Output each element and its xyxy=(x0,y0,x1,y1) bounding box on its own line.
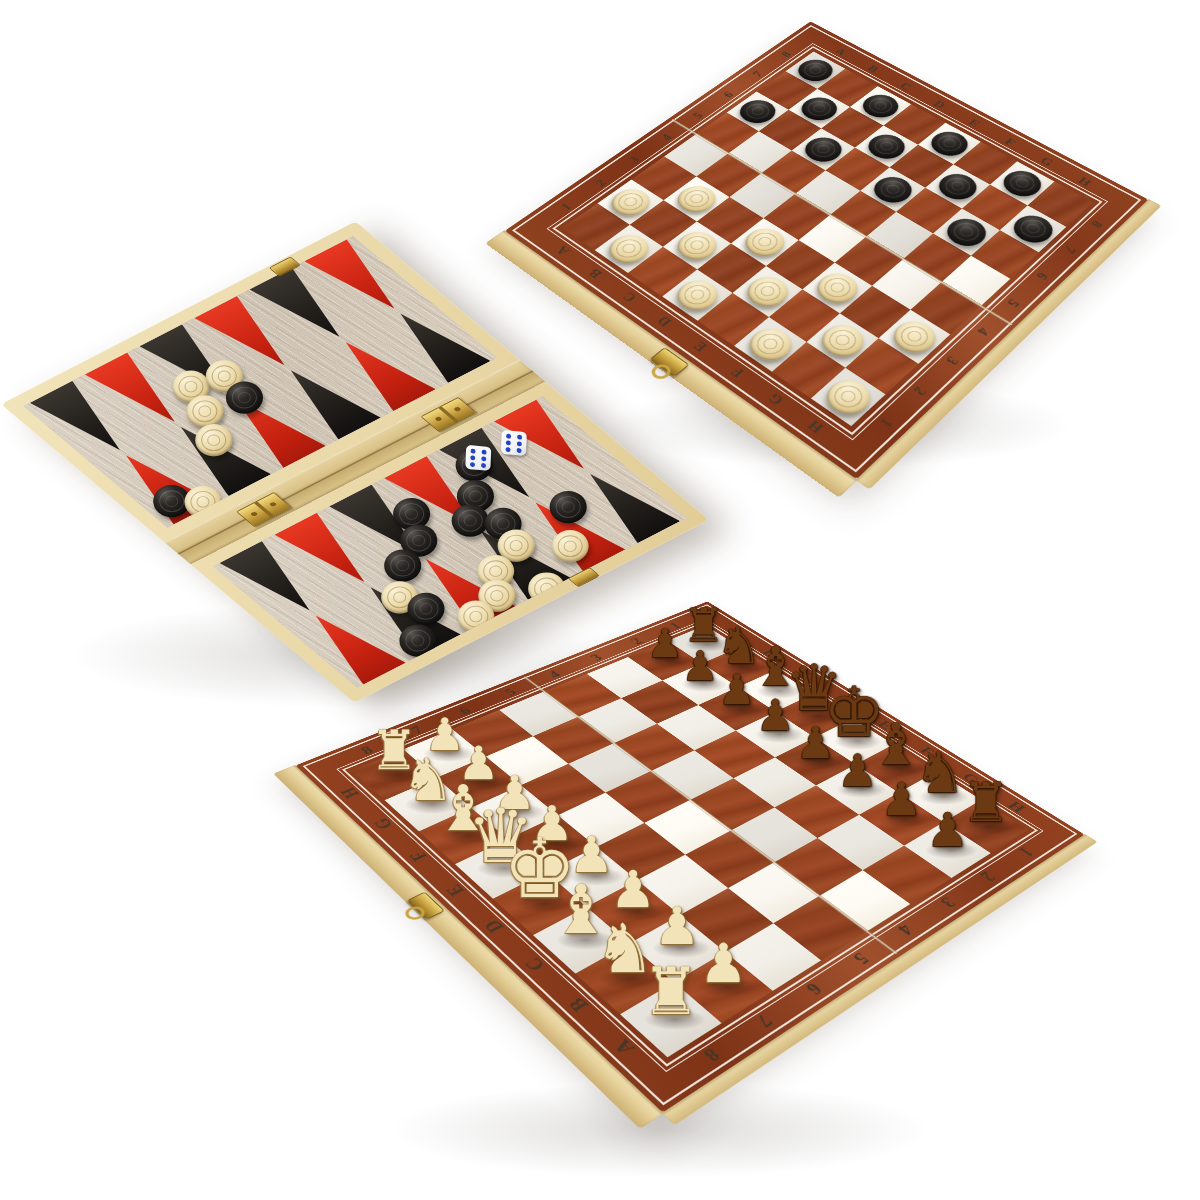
die-pip xyxy=(505,446,510,451)
file-label: E xyxy=(874,719,896,731)
chess-board: AH11BG22CF33DE44ED55FC66GB77HA88 xyxy=(296,601,1085,1112)
file-label: C xyxy=(897,81,914,93)
file-label: G xyxy=(959,771,983,786)
file-label: C xyxy=(796,670,818,682)
file-label: H xyxy=(804,417,827,436)
die-1[interactable] xyxy=(465,445,491,471)
file-label: G xyxy=(765,389,788,407)
die-pip xyxy=(470,461,475,466)
rank-label: 2 xyxy=(628,636,646,647)
die-pip xyxy=(516,447,521,452)
file-label: H xyxy=(1004,800,1029,815)
rank-label: 4 xyxy=(893,921,918,939)
file-label: H xyxy=(336,785,364,801)
file-label: G xyxy=(1037,155,1056,168)
rank-label: 6 xyxy=(1032,269,1051,282)
die-pip xyxy=(506,440,511,445)
rank-label: 2 xyxy=(593,177,610,188)
file-label: D xyxy=(834,694,856,706)
file-label: E xyxy=(441,882,469,899)
rank-label: 8 xyxy=(1087,218,1106,230)
rank-label: 5 xyxy=(690,110,706,120)
file-label: B xyxy=(759,648,780,659)
rank-label: 7 xyxy=(750,69,766,79)
rank-label: 7 xyxy=(751,1010,777,1031)
rank-label: 5 xyxy=(1003,296,1022,309)
rank-label: 1 xyxy=(666,621,684,631)
rank-label: 4 xyxy=(545,669,564,681)
rank-label: 4 xyxy=(659,132,675,142)
product-photo-scene: AA88BB77CC66DD55EE44FF33GG22HH11 AH11BG2… xyxy=(0,0,1200,1200)
die-pip xyxy=(481,456,486,461)
backgammon-checker-black[interactable] xyxy=(452,505,489,537)
file-label: A xyxy=(724,626,745,637)
rank-label: 2 xyxy=(976,868,1000,884)
backgammon-checker-black[interactable] xyxy=(408,593,445,625)
rank-label: 8 xyxy=(357,744,377,758)
rank-label: 5 xyxy=(848,949,874,968)
file-label: A xyxy=(609,1036,641,1059)
rank-label: 7 xyxy=(408,724,428,737)
backgammon-point-red xyxy=(304,239,416,319)
rank-label: 1 xyxy=(876,414,896,429)
rank-label: 5 xyxy=(501,686,520,698)
rank-label: 3 xyxy=(587,652,606,663)
file-label: E xyxy=(966,117,983,129)
file-label: B xyxy=(564,994,594,1015)
rank-label: 3 xyxy=(942,353,962,367)
file-label: D xyxy=(480,917,510,936)
rank-label: 3 xyxy=(935,894,960,911)
file-label: D xyxy=(654,313,675,329)
board-frame: AH11BG22CF33DE44ED55FC66GB77HA88 xyxy=(296,601,1085,1112)
file-label: F xyxy=(405,848,432,864)
file-label: B xyxy=(865,63,882,74)
rank-label: 8 xyxy=(698,1044,725,1066)
backgammon-checker-black[interactable] xyxy=(550,491,587,523)
backgammon-checker-white[interactable] xyxy=(195,424,232,456)
die-pip xyxy=(506,433,511,438)
rank-label: 1 xyxy=(1014,844,1038,859)
rank-label: 1 xyxy=(558,201,575,213)
rank-label: 6 xyxy=(721,89,737,99)
backgammon-checker-black[interactable] xyxy=(384,549,421,581)
file-label: F xyxy=(916,745,938,757)
file-label: B xyxy=(586,265,606,280)
backgammon-checker-black[interactable] xyxy=(226,381,263,413)
backgammon-checker-white[interactable] xyxy=(186,395,223,427)
file-label: C xyxy=(520,954,550,974)
rank-label: 6 xyxy=(801,979,827,999)
rank-label: 2 xyxy=(909,383,929,398)
die-pip xyxy=(470,455,475,460)
backgammon-checker-white[interactable] xyxy=(552,530,589,562)
rank-label: 6 xyxy=(455,705,474,717)
die-pip xyxy=(481,462,486,467)
rank-label: 8 xyxy=(779,49,795,58)
die-2[interactable] xyxy=(501,430,527,456)
die-pip xyxy=(517,441,522,446)
file-label: D xyxy=(931,99,949,111)
file-label: A xyxy=(832,46,849,57)
file-label: C xyxy=(619,289,640,304)
rank-label: 4 xyxy=(973,324,993,338)
file-label: E xyxy=(690,338,711,354)
file-label: F xyxy=(1002,136,1019,148)
file-label: F xyxy=(728,363,748,379)
rank-label: 7 xyxy=(1060,243,1079,255)
die-pip xyxy=(470,448,475,453)
file-label: A xyxy=(553,243,574,258)
file-label: G xyxy=(369,815,397,832)
checkers-board: AA88BB77CC66DD55EE44FF33GG22HH11 xyxy=(505,21,1148,479)
file-label: H xyxy=(1075,175,1094,189)
rank-label: 3 xyxy=(626,154,643,165)
die-pip xyxy=(517,434,522,439)
die-pip xyxy=(481,449,486,454)
board-frame: AA88BB77CC66DD55EE44FF33GG22HH11 xyxy=(505,21,1148,479)
